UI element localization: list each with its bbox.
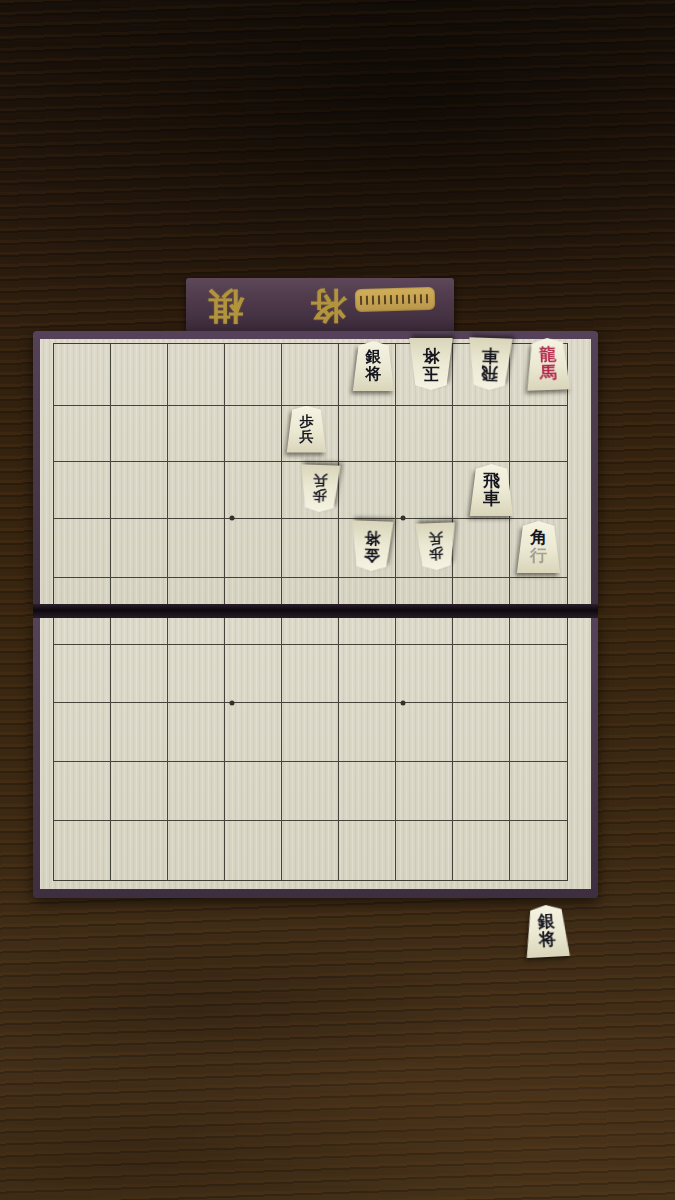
piece-gold-general-gote[interactable]: 金将 [349,520,395,572]
piece-kanji: 車 [483,490,500,508]
piece-promoted-bishop-sente[interactable]: 龍馬 [524,337,572,391]
board-cell [54,462,111,519]
board-cell [396,645,453,703]
board-cell [54,578,111,606]
piece-face: 角行 [516,521,562,573]
board-cell [168,406,225,462]
board-cell [111,645,168,703]
board-cell [396,406,453,462]
piece-pawn-sente[interactable]: 歩兵 [286,406,328,453]
board-cell [168,344,225,406]
box-title-kanji-left: 棋 [200,285,252,327]
board-cell [225,462,282,519]
board-cell [510,406,567,462]
board-cell [339,406,396,462]
piece-face: 銀将 [352,341,396,391]
board-cell [453,406,510,462]
board-cell [54,762,111,821]
board-cell [453,821,510,880]
board-cell [54,703,111,762]
shogi-piece-box: 棋 将 [186,278,454,334]
board-cell [510,703,567,762]
board-cell [111,519,168,578]
board-cell [282,578,339,606]
piece-kanji: 兵 [428,531,442,546]
board-cell [510,618,567,645]
hoshi-dot [230,516,235,521]
board-cell [225,519,282,578]
board-cell [225,645,282,703]
board-cell [168,462,225,519]
board-cell [225,406,282,462]
piece-pawn-gote[interactable]: 歩兵 [414,522,458,570]
board-cell [339,821,396,880]
hoshi-dot [401,701,406,706]
board-cell [225,618,282,645]
piece-face: 銀将 [523,904,572,958]
piece-face: 龍馬 [524,337,572,391]
board-cell [225,578,282,606]
piece-silver-general-in-hand-sente[interactable]: 銀将 [523,904,572,958]
board-grid-bottom [53,618,568,881]
board-cell [111,762,168,821]
board-cell [168,645,225,703]
board-cell [54,645,111,703]
board-cell [339,618,396,645]
board-cell [396,462,453,519]
board-cell [339,462,396,519]
piece-rook-gote[interactable]: 飛車 [466,337,514,391]
board-cell [168,762,225,821]
board-cell [111,618,168,645]
board-cell [54,519,111,578]
piece-face: 歩兵 [298,464,342,512]
piece-kanji: 金 [363,546,380,563]
board-cell [510,821,567,880]
board-cell [168,519,225,578]
piece-kanji: 将 [422,346,439,364]
board-cell [396,703,453,762]
piece-kanji: 歩 [300,414,314,429]
board-cell [339,762,396,821]
piece-kanji: 将 [364,529,381,546]
board-bottom-half [33,618,598,898]
board-cell [339,645,396,703]
board-cell [339,578,396,606]
board-cell [282,762,339,821]
board-cell [282,703,339,762]
piece-bishop-sente[interactable]: 角行 [516,521,562,573]
board-cell [396,821,453,880]
board-cell [282,344,339,406]
piece-kanji: 歩 [312,488,326,503]
board-cell [168,821,225,880]
piece-kanji: 玉 [422,364,439,382]
board-cell [453,618,510,645]
board-cell [396,762,453,821]
box-title-kanji-right: 将 [302,285,354,327]
piece-face: 飛車 [466,337,514,391]
board-cell [111,344,168,406]
piece-face: 歩兵 [414,522,458,570]
hoshi-dot [401,516,406,521]
board-cell [453,519,510,578]
board-cell [225,703,282,762]
board-fold-hinge [33,604,598,618]
piece-pawn-gote[interactable]: 歩兵 [298,464,342,512]
piece-kanji: 兵 [300,429,314,444]
board-cell [111,821,168,880]
board-cell [111,462,168,519]
piece-face: 歩兵 [286,406,328,453]
board-cell [453,762,510,821]
board-cell [339,703,396,762]
board-cell [282,618,339,645]
piece-kanji: 将 [366,366,382,383]
board-cell [453,703,510,762]
board-cell [225,762,282,821]
board-bottom-surface [40,618,591,889]
board-cell [510,462,567,519]
hoshi-dot [230,701,235,706]
piece-kanji: 歩 [429,546,443,561]
piece-kanji: 飛 [480,364,498,382]
board-cell [111,703,168,762]
board-cell [111,578,168,606]
board-cell [54,406,111,462]
board-cell [111,406,168,462]
piece-rook-sente[interactable]: 飛車 [469,464,515,516]
table-surface: 棋 将 銀将玉将飛車龍馬歩兵歩兵飛車金将歩兵角行銀将 [0,0,675,1200]
board-cell [453,578,510,606]
board-cell [54,344,111,406]
piece-face: 玉将 [408,338,454,390]
piece-kanji: 行 [530,547,547,565]
board-cell [54,618,111,645]
board-cell [510,645,567,703]
board-cell [396,578,453,606]
board-cell [168,703,225,762]
piece-kanji: 兵 [313,473,327,488]
piece-face: 金将 [349,520,395,572]
board-cell [54,821,111,880]
board-cell [282,645,339,703]
board-cell [225,344,282,406]
board-cell [225,821,282,880]
board-cell [453,645,510,703]
board-cell [510,762,567,821]
piece-face: 飛車 [469,464,515,516]
board-cell [282,821,339,880]
piece-kanji: 将 [539,931,557,950]
board-cell [510,578,567,606]
board-cell [282,519,339,578]
piece-kanji: 馬 [539,364,557,382]
box-label [355,287,436,312]
piece-kanji: 車 [481,346,499,364]
board-cell [396,618,453,645]
board-cell [168,578,225,606]
piece-silver-general-sente[interactable]: 銀将 [352,341,396,391]
board-cell [168,618,225,645]
piece-king-gote[interactable]: 玉将 [408,338,454,390]
